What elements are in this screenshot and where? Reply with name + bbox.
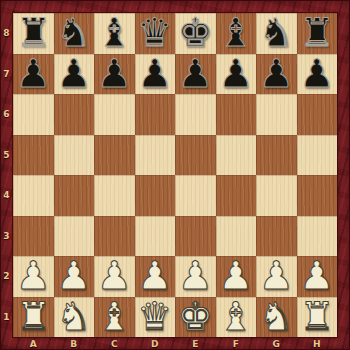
square-g5[interactable] — [256, 135, 297, 176]
square-f1[interactable]: ♝ — [216, 297, 257, 338]
square-d2[interactable]: ♟ — [135, 256, 176, 297]
rank-label-3: 3 — [0, 216, 13, 257]
piece-white-bishop[interactable]: ♝ — [97, 297, 132, 338]
piece-black-knight[interactable]: ♞ — [259, 13, 294, 54]
file-label-b: B — [54, 337, 95, 350]
square-h4[interactable] — [297, 175, 338, 216]
square-e5[interactable] — [175, 135, 216, 176]
chess-board-frame: 87654321 ABCDEFGH ♜♞♝♛♚♝♞♜♟♟♟♟♟♟♟♟♟♟♟♟♟♟… — [0, 0, 350, 350]
square-e1[interactable]: ♚ — [175, 297, 216, 338]
piece-black-king[interactable]: ♚ — [178, 13, 213, 54]
square-g6[interactable] — [256, 94, 297, 135]
square-f7[interactable]: ♟ — [216, 54, 257, 95]
piece-white-knight[interactable]: ♞ — [56, 297, 91, 338]
chess-board: ♜♞♝♛♚♝♞♜♟♟♟♟♟♟♟♟♟♟♟♟♟♟♟♟♜♞♝♛♚♝♞♜ — [13, 13, 337, 337]
piece-white-rook[interactable]: ♜ — [299, 297, 334, 338]
square-g2[interactable]: ♟ — [256, 256, 297, 297]
square-a2[interactable]: ♟ — [13, 256, 54, 297]
piece-white-pawn[interactable]: ♟ — [218, 256, 253, 297]
square-b2[interactable]: ♟ — [54, 256, 95, 297]
square-a6[interactable] — [13, 94, 54, 135]
rank-label-4: 4 — [0, 175, 13, 216]
square-d7[interactable]: ♟ — [135, 54, 176, 95]
rank-label-2: 2 — [0, 256, 13, 297]
piece-black-knight[interactable]: ♞ — [56, 13, 91, 54]
square-h8[interactable]: ♜ — [297, 13, 338, 54]
rank-label-7: 7 — [0, 54, 13, 95]
file-label-c: C — [94, 337, 135, 350]
square-b7[interactable]: ♟ — [54, 54, 95, 95]
rank-label-8: 8 — [0, 13, 13, 54]
square-c2[interactable]: ♟ — [94, 256, 135, 297]
piece-black-pawn[interactable]: ♟ — [178, 54, 213, 95]
square-a5[interactable] — [13, 135, 54, 176]
piece-black-pawn[interactable]: ♟ — [218, 54, 253, 95]
piece-black-bishop[interactable]: ♝ — [97, 13, 132, 54]
square-c8[interactable]: ♝ — [94, 13, 135, 54]
square-a1[interactable]: ♜ — [13, 297, 54, 338]
square-d4[interactable] — [135, 175, 176, 216]
file-label-a: A — [13, 337, 54, 350]
square-f6[interactable] — [216, 94, 257, 135]
square-g3[interactable] — [256, 216, 297, 257]
square-h6[interactable] — [297, 94, 338, 135]
square-c7[interactable]: ♟ — [94, 54, 135, 95]
file-label-g: G — [256, 337, 297, 350]
piece-black-rook[interactable]: ♜ — [16, 13, 51, 54]
square-b8[interactable]: ♞ — [54, 13, 95, 54]
square-c1[interactable]: ♝ — [94, 297, 135, 338]
square-f5[interactable] — [216, 135, 257, 176]
square-g8[interactable]: ♞ — [256, 13, 297, 54]
square-h3[interactable] — [297, 216, 338, 257]
piece-black-pawn[interactable]: ♟ — [137, 54, 172, 95]
square-e6[interactable] — [175, 94, 216, 135]
piece-white-pawn[interactable]: ♟ — [259, 256, 294, 297]
piece-black-pawn[interactable]: ♟ — [97, 54, 132, 95]
piece-black-pawn[interactable]: ♟ — [259, 54, 294, 95]
piece-white-pawn[interactable]: ♟ — [97, 256, 132, 297]
square-c5[interactable] — [94, 135, 135, 176]
file-label-h: H — [297, 337, 338, 350]
file-label-f: F — [216, 337, 257, 350]
square-c3[interactable] — [94, 216, 135, 257]
square-c4[interactable] — [94, 175, 135, 216]
square-a3[interactable] — [13, 216, 54, 257]
square-a4[interactable] — [13, 175, 54, 216]
rank-label-5: 5 — [0, 135, 13, 176]
piece-white-pawn[interactable]: ♟ — [299, 256, 334, 297]
file-label-d: D — [135, 337, 176, 350]
piece-white-pawn[interactable]: ♟ — [56, 256, 91, 297]
square-c6[interactable] — [94, 94, 135, 135]
piece-white-pawn[interactable]: ♟ — [178, 256, 213, 297]
piece-black-queen[interactable]: ♛ — [137, 13, 172, 54]
piece-black-pawn[interactable]: ♟ — [299, 54, 334, 95]
rank-label-6: 6 — [0, 94, 13, 135]
square-d5[interactable] — [135, 135, 176, 176]
square-g7[interactable]: ♟ — [256, 54, 297, 95]
square-f2[interactable]: ♟ — [216, 256, 257, 297]
square-e4[interactable] — [175, 175, 216, 216]
square-h5[interactable] — [297, 135, 338, 176]
rank-labels: 87654321 — [0, 13, 13, 337]
square-e7[interactable]: ♟ — [175, 54, 216, 95]
file-labels: ABCDEFGH — [13, 337, 337, 350]
square-b6[interactable] — [54, 94, 95, 135]
piece-white-king[interactable]: ♚ — [178, 297, 213, 338]
square-b4[interactable] — [54, 175, 95, 216]
square-b5[interactable] — [54, 135, 95, 176]
piece-white-knight[interactable]: ♞ — [259, 297, 294, 338]
piece-black-bishop[interactable]: ♝ — [218, 13, 253, 54]
square-g1[interactable]: ♞ — [256, 297, 297, 338]
square-d1[interactable]: ♛ — [135, 297, 176, 338]
piece-black-pawn[interactable]: ♟ — [56, 54, 91, 95]
square-d6[interactable] — [135, 94, 176, 135]
square-h7[interactable]: ♟ — [297, 54, 338, 95]
piece-black-pawn[interactable]: ♟ — [16, 54, 51, 95]
piece-white-rook[interactable]: ♜ — [16, 297, 51, 338]
square-e3[interactable] — [175, 216, 216, 257]
file-label-e: E — [175, 337, 216, 350]
square-e2[interactable]: ♟ — [175, 256, 216, 297]
piece-white-pawn[interactable]: ♟ — [16, 256, 51, 297]
piece-white-queen[interactable]: ♛ — [137, 297, 172, 338]
square-g4[interactable] — [256, 175, 297, 216]
square-d3[interactable] — [135, 216, 176, 257]
square-f3[interactable] — [216, 216, 257, 257]
square-b3[interactable] — [54, 216, 95, 257]
square-a8[interactable]: ♜ — [13, 13, 54, 54]
rank-label-1: 1 — [0, 297, 13, 338]
square-a7[interactable]: ♟ — [13, 54, 54, 95]
piece-white-bishop[interactable]: ♝ — [218, 297, 253, 338]
square-h1[interactable]: ♜ — [297, 297, 338, 338]
square-f4[interactable] — [216, 175, 257, 216]
piece-white-pawn[interactable]: ♟ — [137, 256, 172, 297]
piece-black-rook[interactable]: ♜ — [299, 13, 334, 54]
square-d8[interactable]: ♛ — [135, 13, 176, 54]
square-e8[interactable]: ♚ — [175, 13, 216, 54]
square-h2[interactable]: ♟ — [297, 256, 338, 297]
square-b1[interactable]: ♞ — [54, 297, 95, 338]
square-f8[interactable]: ♝ — [216, 13, 257, 54]
